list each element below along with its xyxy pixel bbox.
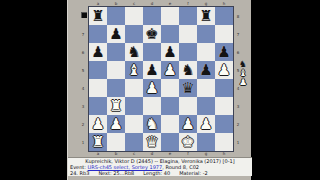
rank-label-7: 7: [79, 25, 87, 43]
square-b1[interactable]: [107, 133, 125, 151]
square-e8[interactable]: [161, 7, 179, 25]
white-pawn-b2[interactable]: ♟: [109, 115, 122, 133]
chessboard-panel: abcdefgh 87654321 87654321 ♜♜♟♚♟♞♟♟♝♟♟♞♟…: [67, 0, 251, 180]
rank-label-4: 4: [79, 79, 87, 97]
square-e3[interactable]: [161, 97, 179, 115]
black-rook-a8[interactable]: ♜: [91, 7, 104, 25]
square-a8[interactable]: ♜: [89, 7, 107, 25]
square-h2[interactable]: [215, 115, 233, 133]
square-h4[interactable]: [215, 79, 233, 97]
black-pawn-g5[interactable]: ♟: [199, 61, 212, 79]
white-king-f1[interactable]: ♚: [181, 133, 194, 151]
square-c1[interactable]: [125, 133, 143, 151]
material-tray: ♞♝♟: [237, 60, 249, 87]
square-a1[interactable]: ♜: [89, 133, 107, 151]
square-d6[interactable]: [143, 43, 161, 61]
square-g3[interactable]: [197, 97, 215, 115]
square-d5[interactable]: ♟: [143, 61, 161, 79]
square-b3[interactable]: ♜: [107, 97, 125, 115]
stats-line: 24. Rb3 Next: 25...Rb8 Length: 40 Materi…: [68, 170, 252, 176]
square-c5[interactable]: ♝: [125, 61, 143, 79]
white-bishop-c5[interactable]: ♝: [127, 61, 140, 79]
square-h7[interactable]: [215, 25, 233, 43]
square-f8[interactable]: [179, 7, 197, 25]
rank-labels-left: 87654321: [79, 7, 87, 151]
rank-label-6: 6: [79, 43, 87, 61]
chess-board: ♜♜♟♚♟♞♟♟♝♟♟♞♟♟♟♛♜♟♟♞♟♟♜♛♚: [89, 7, 233, 151]
square-e5[interactable]: ♟: [161, 61, 179, 79]
square-h1[interactable]: [215, 133, 233, 151]
square-b4[interactable]: [107, 79, 125, 97]
square-b6[interactable]: [107, 43, 125, 61]
square-d2[interactable]: ♞: [143, 115, 161, 133]
square-c3[interactable]: [125, 97, 143, 115]
black-pawn-b7[interactable]: ♟: [109, 25, 122, 43]
square-a7[interactable]: [89, 25, 107, 43]
white-pawn-e5[interactable]: ♟: [163, 61, 176, 79]
square-g1[interactable]: [197, 133, 215, 151]
black-knight-f5[interactable]: ♞: [181, 61, 194, 79]
rank-label-3: 3: [234, 97, 242, 115]
side-to-move-indicator: [81, 12, 87, 18]
square-f5[interactable]: ♞: [179, 61, 197, 79]
square-g6[interactable]: [197, 43, 215, 61]
square-f2[interactable]: ♟: [179, 115, 197, 133]
square-e2[interactable]: [161, 115, 179, 133]
game-caption-area: Kupreichik, Viktor D (2445) -- Elagina, …: [68, 157, 252, 176]
square-d1[interactable]: ♛: [143, 133, 161, 151]
rank-label-8: 8: [234, 7, 242, 25]
square-b8[interactable]: [107, 7, 125, 25]
rank-label-5: 5: [79, 61, 87, 79]
square-e6[interactable]: ♟: [161, 43, 179, 61]
square-c4[interactable]: [125, 79, 143, 97]
square-f1[interactable]: ♚: [179, 133, 197, 151]
square-g8[interactable]: ♜: [197, 7, 215, 25]
square-f6[interactable]: [179, 43, 197, 61]
white-pawn-h5[interactable]: ♟: [217, 61, 230, 79]
white-knight-d2[interactable]: ♞: [145, 115, 158, 133]
square-d3[interactable]: [143, 97, 161, 115]
square-b7[interactable]: ♟: [107, 25, 125, 43]
rank-label-2: 2: [234, 115, 242, 133]
square-c6[interactable]: ♞: [125, 43, 143, 61]
white-pawn-d4[interactable]: ♟: [145, 79, 158, 97]
black-knight-c6[interactable]: ♞: [127, 43, 140, 61]
rank-label-2: 2: [79, 115, 87, 133]
square-b2[interactable]: ♟: [107, 115, 125, 133]
black-pawn-e6[interactable]: ♟: [163, 43, 176, 61]
square-c8[interactable]: [125, 7, 143, 25]
square-e4[interactable]: [161, 79, 179, 97]
square-a6[interactable]: ♟: [89, 43, 107, 61]
square-c7[interactable]: [125, 25, 143, 43]
rank-label-3: 3: [79, 97, 87, 115]
tray-white-pawn-icon: ♟: [237, 78, 249, 87]
black-rook-g8[interactable]: ♜: [199, 7, 212, 25]
rank-label-1: 1: [79, 133, 87, 151]
white-pawn-g2[interactable]: ♟: [199, 115, 212, 133]
square-c2[interactable]: [125, 115, 143, 133]
square-a2[interactable]: ♟: [89, 115, 107, 133]
black-pawn-d5[interactable]: ♟: [145, 61, 158, 79]
white-rook-a1[interactable]: ♜: [91, 133, 104, 151]
game-length: Length: 40: [143, 170, 170, 176]
letterbox-left: [0, 0, 67, 180]
square-g7[interactable]: [197, 25, 215, 43]
material-balance: Material: -2: [179, 170, 208, 176]
square-a5[interactable]: [89, 61, 107, 79]
video-frame: abcdefgh 87654321 87654321 ♜♜♟♚♟♞♟♟♝♟♟♞♟…: [0, 0, 320, 180]
next-move: Next: 25...Rb8: [98, 170, 134, 176]
black-pawn-a6[interactable]: ♟: [91, 43, 104, 61]
square-d4[interactable]: ♟: [143, 79, 161, 97]
square-g2[interactable]: ♟: [197, 115, 215, 133]
square-e1[interactable]: [161, 133, 179, 151]
square-f3[interactable]: [179, 97, 197, 115]
white-rook-b3[interactable]: ♜: [109, 97, 122, 115]
square-a4[interactable]: [89, 79, 107, 97]
square-e7[interactable]: [161, 25, 179, 43]
square-h8[interactable]: [215, 7, 233, 25]
square-g5[interactable]: ♟: [197, 61, 215, 79]
square-f7[interactable]: [179, 25, 197, 43]
black-king-d7[interactable]: ♚: [145, 25, 158, 43]
square-d8[interactable]: [143, 7, 161, 25]
square-d7[interactable]: ♚: [143, 25, 161, 43]
square-g4[interactable]: [197, 79, 215, 97]
letterbox-right: [251, 0, 320, 180]
rank-label-7: 7: [234, 25, 242, 43]
square-f4[interactable]: ♛: [179, 79, 197, 97]
black-pawn-h6[interactable]: ♟: [217, 43, 230, 61]
white-pawn-f2[interactable]: ♟: [181, 115, 194, 133]
square-b5[interactable]: [107, 61, 125, 79]
white-pawn-a2[interactable]: ♟: [91, 115, 104, 133]
square-h5[interactable]: ♟: [215, 61, 233, 79]
square-h3[interactable]: [215, 97, 233, 115]
last-move: 24. Rb3: [70, 170, 89, 176]
black-queen-f4[interactable]: ♛: [181, 79, 194, 97]
white-queen-d1[interactable]: ♛: [145, 133, 158, 151]
square-h6[interactable]: ♟: [215, 43, 233, 61]
rank-label-1: 1: [234, 133, 242, 151]
square-a3[interactable]: [89, 97, 107, 115]
